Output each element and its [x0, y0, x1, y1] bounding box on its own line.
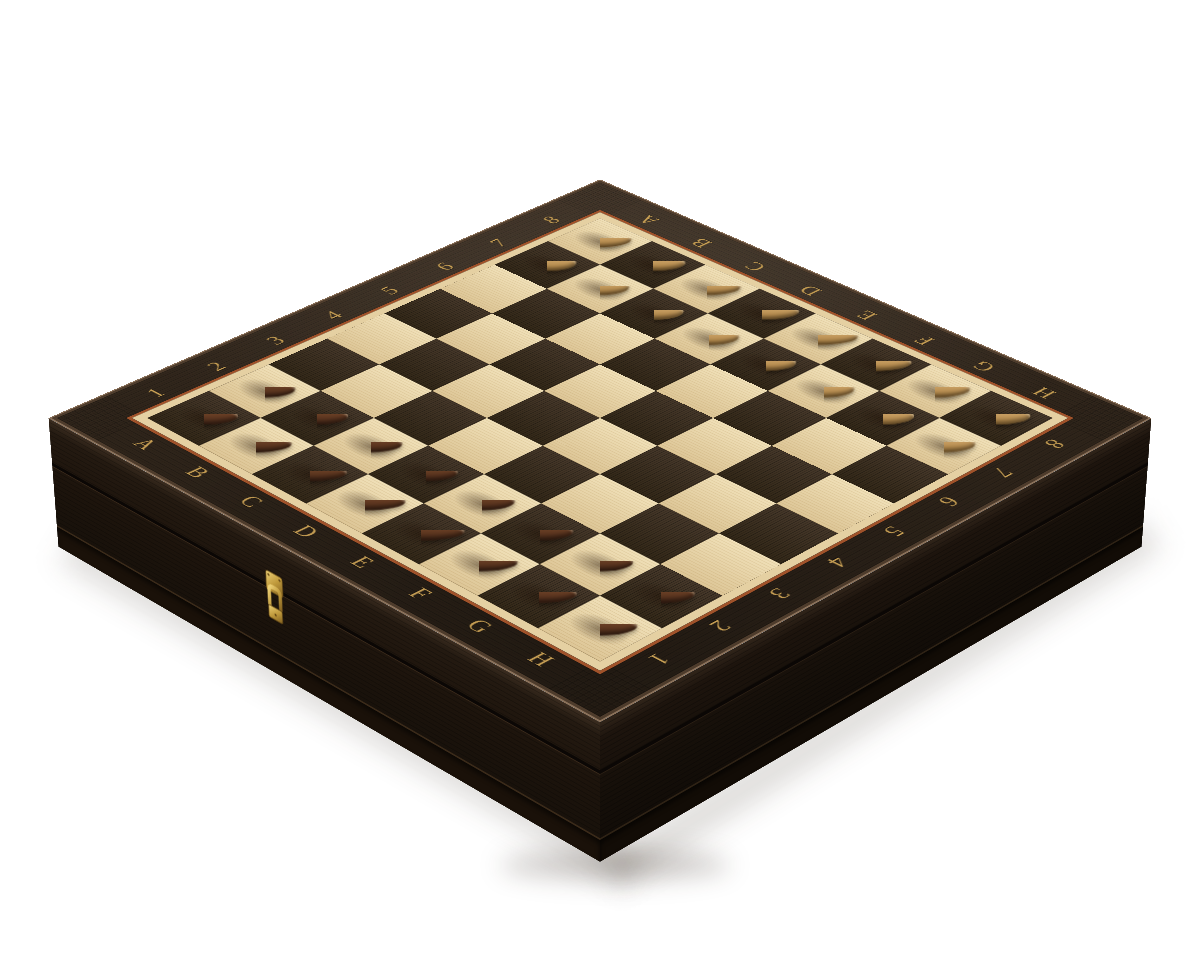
- rook-glyph-icon: ♜: [541, 496, 659, 627]
- chess-box: ♜♞♝♛♚♝♞♜♟♟♟♟♟♟♟♟♟♟♟♟♟♟♟♟♜♞♝♛♚♝♞♜ AABBCCD…: [48, 179, 1151, 722]
- board-top: ♜♞♝♛♚♝♞♜♟♟♟♟♟♟♟♟♟♟♟♟♟♟♟♟♜♞♝♛♚♝♞♜ AABBCCD…: [48, 179, 1151, 722]
- brass-latch-icon[interactable]: [258, 563, 292, 634]
- scene: ♜♞♝♛♚♝♞♜♟♟♟♟♟♟♟♟♟♟♟♟♟♟♟♟♜♞♝♛♚♝♞♜ AABBCCD…: [0, 0, 1200, 962]
- piece-black-pawn[interactable]: ♟: [853, 344, 1035, 452]
- piece-white-rook[interactable]: ♜: [501, 496, 698, 635]
- photo-scene: { "game": "chess", "position": { "fen": …: [0, 0, 1200, 962]
- pawn-glyph-icon: ♟: [898, 344, 989, 445]
